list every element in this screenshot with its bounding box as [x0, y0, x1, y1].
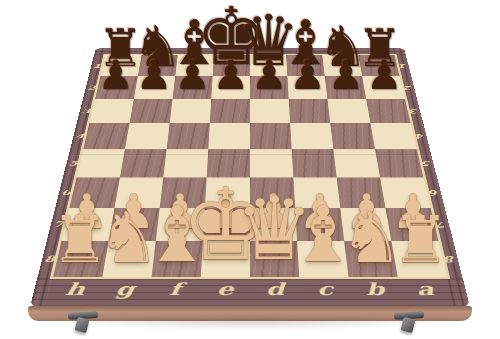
piece-dark-pawn-f2[interactable]: ♟ — [174, 55, 210, 96]
piece-dark-pawn-b2[interactable]: ♟ — [328, 55, 364, 96]
square-a3[interactable] — [366, 99, 410, 123]
hinge-flap — [400, 317, 415, 333]
rank-label-right-4: 4 — [413, 133, 428, 140]
square-c4[interactable] — [290, 123, 333, 149]
piece-dark-pawn-a2[interactable]: ♟ — [366, 55, 402, 96]
square-g3[interactable] — [130, 99, 173, 123]
rank-label-left-5: 5 — [66, 159, 81, 167]
fold-seam — [69, 154, 432, 155]
square-b3[interactable] — [327, 99, 370, 123]
piece-light-rook-a8[interactable]: ♜ — [392, 208, 450, 272]
rank-label-right-3: 3 — [407, 108, 421, 115]
file-label-a: a — [398, 280, 452, 299]
hinge-flap — [74, 317, 89, 333]
square-d3[interactable] — [250, 99, 290, 123]
square-b4[interactable] — [330, 123, 375, 149]
square-f4[interactable] — [167, 123, 210, 149]
rank-label-left-3: 3 — [79, 108, 93, 115]
piece-dark-pawn-e2[interactable]: ♟ — [213, 55, 249, 96]
square-a4[interactable] — [370, 123, 416, 149]
right-hinge-icon — [394, 310, 428, 334]
square-c3[interactable] — [289, 99, 331, 123]
file-label-d: d — [250, 280, 301, 299]
file-label-c: c — [299, 280, 351, 299]
piece-dark-pawn-c2[interactable]: ♟ — [289, 55, 325, 96]
rank-label-left-2: 2 — [85, 84, 99, 90]
rank-label-right-5: 5 — [419, 159, 434, 167]
square-e3[interactable] — [210, 99, 250, 123]
left-hinge-icon — [68, 310, 102, 334]
file-label-h: h — [48, 280, 102, 299]
piece-dark-pawn-g2[interactable]: ♟ — [136, 55, 172, 96]
square-g4[interactable] — [125, 123, 170, 149]
square-d4[interactable] — [250, 123, 292, 149]
file-label-b: b — [349, 280, 402, 299]
piece-dark-pawn-h2[interactable]: ♟ — [98, 55, 134, 96]
file-label-e: e — [199, 280, 250, 299]
product-photo-stage: 11h22g33f44e55d66c77b88a ♜♞♝♚♛♝♞♜♟♟♟♟♟♟♟… — [0, 0, 500, 339]
file-label-g: g — [98, 280, 151, 299]
rank-label-right-2: 2 — [401, 84, 415, 90]
piece-dark-pawn-d2[interactable]: ♟ — [251, 55, 287, 96]
square-h4[interactable] — [83, 123, 129, 149]
square-f3[interactable] — [170, 99, 212, 123]
square-h3[interactable] — [89, 99, 133, 123]
rank-label-left-4: 4 — [73, 133, 88, 140]
square-e4[interactable] — [208, 123, 250, 149]
file-label-f: f — [149, 280, 201, 299]
